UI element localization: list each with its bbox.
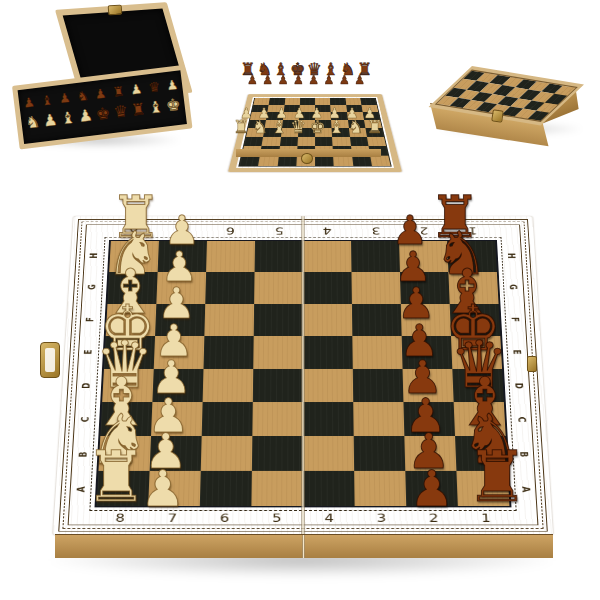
file-label: A: [513, 472, 539, 508]
mini-board-square: [300, 98, 315, 105]
board-square: [150, 436, 202, 471]
board-square: [109, 241, 159, 272]
mini-board-square: [263, 128, 281, 137]
mini-brown-pawn-p: ♟: [354, 74, 365, 86]
board-square: [202, 402, 253, 436]
mini-brown-r: ♜: [357, 61, 372, 78]
tray-piece-q: ♛: [113, 103, 129, 121]
board-square: [352, 304, 402, 336]
board-square: [252, 402, 303, 436]
mini-brown-b: ♝: [273, 61, 288, 78]
file-label: B: [511, 437, 537, 472]
mini-board-square: [365, 128, 384, 137]
mini-brown-pawn-p: ♟: [293, 74, 304, 86]
mini-board-square: [348, 128, 366, 137]
mini-board-square: [331, 120, 348, 128]
tray-piece-p: ♟: [166, 78, 179, 92]
board-square: [253, 336, 303, 369]
board-square: [200, 471, 252, 506]
mini-board-square: [332, 128, 350, 137]
board-square: [97, 471, 150, 506]
board-square: [254, 304, 303, 336]
board-square: [351, 241, 400, 272]
file-label: E: [76, 336, 101, 369]
mini-board-square: [298, 128, 315, 137]
rank-label: 5: [251, 510, 303, 527]
fold-seam: [302, 535, 305, 558]
mini-brown-n: ♞: [340, 61, 355, 78]
board-square: [303, 272, 352, 304]
board-square: [448, 272, 498, 304]
main-board-front-edge: [55, 534, 553, 558]
tray-piece-k: ♚: [95, 105, 111, 123]
mini-brown-pawn-p: ♟: [339, 74, 350, 86]
file-label: F: [78, 303, 103, 336]
board-square: [303, 436, 354, 471]
file-label: B: [70, 437, 96, 472]
board-square: [158, 241, 207, 272]
file-label: C: [509, 403, 534, 437]
case-latch-icon: [301, 153, 313, 164]
file-label: D: [507, 369, 532, 403]
board-square: [354, 471, 406, 506]
tray-piece-n: ♞: [76, 89, 89, 103]
rank-label: 6: [198, 510, 251, 527]
tray-piece-p: ♟: [130, 82, 143, 96]
mini-board-square: [244, 137, 263, 146]
board-square: [354, 436, 406, 471]
mini-board-square: [333, 156, 352, 166]
tray-piece-b: ♝: [148, 99, 164, 117]
board-square: [107, 272, 157, 304]
board-square: [303, 471, 355, 506]
mini-board-square: [258, 156, 278, 166]
board-square: [155, 304, 205, 336]
tray-piece-p: ♟: [58, 91, 71, 105]
mini-board-square: [362, 112, 380, 120]
mini-brown-k: ♚: [290, 61, 305, 78]
mini-board-square: [345, 98, 361, 105]
main-chessboard: 87654321 87654321 HGFEDCBA HGFEDCBA: [53, 216, 553, 535]
file-label: G: [501, 271, 525, 303]
product-photo: ♟♝♟♞♟♜♟♛♟ ♞♟♝♟♚♛♜♝♚ ♜♞♝♚♛♝♞♜ ♟♟♟♟♟♟♟♟ ♟♟…: [0, 0, 600, 600]
rank-label: 4: [303, 223, 351, 237]
mini-board-square: [283, 105, 299, 112]
rank-label: 1: [448, 223, 497, 237]
board-square: [156, 272, 206, 304]
mini-board-square: [277, 156, 296, 166]
brass-clasp-icon: [40, 342, 60, 378]
board-square: [352, 336, 402, 369]
mini-board-square: [282, 120, 299, 128]
board-square: [452, 369, 504, 402]
mini-board-square: [361, 105, 378, 112]
tray-piece-p: ♟: [94, 87, 107, 101]
board-square: [353, 402, 404, 436]
board-square: [204, 304, 254, 336]
tray-piece-k: ♚: [165, 97, 181, 115]
rank-label: 1: [459, 510, 512, 527]
tray-piece-b: ♝: [60, 110, 76, 128]
brass-hinge-pin-icon: [527, 356, 537, 372]
board-square: [351, 272, 400, 304]
tray-piece-p: ♟: [42, 112, 58, 130]
mini-board-square: [367, 137, 386, 146]
rank-label: 7: [146, 510, 199, 527]
mini-board-square: [250, 112, 268, 120]
board-square: [102, 369, 154, 402]
board-square: [203, 369, 254, 402]
mini-board-square: [331, 112, 348, 120]
board-square: [203, 336, 253, 369]
case-latch-icon: [491, 109, 504, 122]
board-square: [303, 336, 353, 369]
rank-label: 3: [355, 510, 408, 527]
mini-board-square: [315, 120, 332, 128]
mini-board-square: [297, 137, 315, 146]
mini-board-square: [248, 120, 266, 128]
board-square: [447, 241, 497, 272]
file-label: A: [68, 472, 94, 508]
rank-label: 2: [400, 223, 449, 237]
board-square: [400, 272, 450, 304]
mini-brown-q: ♛: [307, 61, 322, 78]
tray-piece-r: ♜: [130, 101, 146, 119]
tray-piece-p: ♟: [22, 95, 35, 109]
board-square: [402, 336, 453, 369]
fold-seam: [301, 216, 305, 535]
file-label: D: [74, 369, 99, 403]
board-square: [403, 402, 455, 436]
board-square: [303, 402, 354, 436]
file-label: H: [500, 240, 524, 271]
mini-board-square: [315, 105, 331, 112]
board-square: [100, 402, 152, 436]
mini-board-square: [360, 98, 377, 105]
file-label: G: [80, 271, 104, 303]
rank-label: 7: [158, 223, 207, 237]
mini-brown-pawn-p: ♟: [324, 74, 335, 86]
mini-brown-pawn-rank: ♟♟♟♟♟♟♟♟: [247, 62, 365, 86]
mini-board-square: [352, 156, 372, 166]
mini-board-square: [284, 98, 300, 105]
mini-board-square: [315, 112, 331, 120]
mini-board-square: [298, 120, 315, 128]
mini-board-square: [299, 112, 315, 120]
board-square: [450, 304, 501, 336]
board-square: [403, 369, 454, 402]
tray-piece-p: ♟: [77, 107, 93, 125]
file-label: F: [503, 303, 528, 336]
mini-board-square: [348, 120, 366, 128]
board-square: [455, 436, 508, 471]
board-square: [205, 272, 254, 304]
mini-board-square: [315, 98, 330, 105]
board-square: [154, 336, 205, 369]
board-square: [456, 471, 509, 506]
board-square: [451, 336, 502, 369]
mini-board-square: [253, 98, 270, 105]
rank-label: 3: [351, 223, 400, 237]
mini-board-square: [349, 137, 368, 146]
board-square: [303, 241, 351, 272]
board-square: [206, 241, 255, 272]
mini-brown-pawn-p: ♟: [308, 74, 319, 86]
board-square: [254, 272, 303, 304]
mini-board-square: [265, 120, 283, 128]
board-square: [253, 369, 303, 402]
mini-board-square: [346, 105, 363, 112]
mini-board-square: [266, 112, 283, 120]
file-label: H: [82, 240, 106, 271]
mini-board-square: [315, 128, 332, 137]
board-square: [353, 369, 404, 402]
mini-board-square: [347, 112, 364, 120]
mini-board-square: [239, 156, 260, 166]
mini-board-square: [330, 98, 346, 105]
mini-brown-pawn-p: ♟: [262, 74, 273, 86]
mini-board-square: [299, 105, 315, 112]
mini-board-square: [315, 137, 333, 146]
tray-piece-q: ♛: [148, 80, 161, 94]
mini-board-square: [332, 137, 350, 146]
mini-board-square: [252, 105, 269, 112]
board-square: [401, 304, 451, 336]
mini-board-square: [269, 98, 285, 105]
mini-brown-pawn-p: ♟: [278, 74, 289, 86]
board-square: [454, 402, 506, 436]
mini-board-square: [364, 120, 382, 128]
mini-brown-r: ♜: [240, 61, 255, 78]
mini-board-square: [330, 105, 346, 112]
board-square: [255, 241, 303, 272]
rank-label: 4: [303, 510, 355, 527]
mini-board-square: [262, 137, 281, 146]
rank-label: 8: [109, 223, 158, 237]
board-square: [151, 402, 203, 436]
mini-board-square: [281, 128, 299, 137]
mini-board-square: [279, 137, 297, 146]
mini-board-square: [315, 156, 334, 166]
tray-piece-b: ♝: [40, 93, 53, 107]
rank-label: 6: [206, 223, 255, 237]
mini-brown-back-rank: ♜♞♝♚♛♝♞♜: [240, 40, 372, 78]
tray-piece-n: ♞: [25, 114, 41, 132]
board-square: [404, 436, 456, 471]
mini-board-square: [246, 128, 265, 137]
board-square: [399, 241, 448, 272]
board-square: [201, 436, 253, 471]
board-square: [405, 471, 458, 506]
mini-board-square: [370, 156, 391, 166]
board-square: [303, 304, 352, 336]
board-square: [152, 369, 203, 402]
rank-label: 5: [255, 223, 303, 237]
board-square: [252, 436, 303, 471]
mini-board-square: [282, 112, 299, 120]
board-square: [106, 304, 157, 336]
mini-brown-n: ♞: [257, 61, 272, 78]
case-latch-icon: [108, 5, 123, 16]
board-square: [251, 471, 303, 506]
board-square: [98, 436, 151, 471]
mini-board-square: [268, 105, 285, 112]
tray-piece-r: ♜: [112, 84, 125, 98]
mini-brown-pawn-p: ♟: [247, 74, 258, 86]
rank-label: 8: [93, 510, 146, 527]
rank-label: 2: [407, 510, 460, 527]
mini-chessboard: [228, 94, 402, 172]
board-square: [148, 471, 201, 506]
board-square: [104, 336, 155, 369]
mini-brown-b: ♝: [323, 61, 338, 78]
board-square: [303, 369, 353, 402]
file-label: C: [72, 403, 97, 437]
